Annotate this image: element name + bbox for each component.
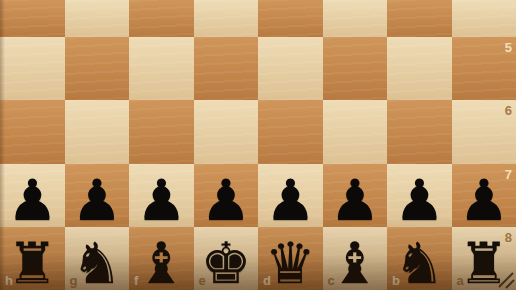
black-rook-piece[interactable]: ♜ [7, 235, 58, 290]
square-a7[interactable]: ♟7 [452, 164, 516, 227]
square-h5[interactable] [0, 37, 65, 100]
square-h7[interactable]: ♟ [0, 164, 65, 227]
square-d5[interactable] [258, 37, 323, 100]
resize-grip-icon[interactable] [495, 269, 515, 289]
square-d4[interactable] [258, 0, 323, 37]
black-pawn-piece[interactable]: ♟ [329, 172, 380, 229]
square-d7[interactable]: ♟ [258, 164, 323, 227]
square-e8[interactable]: ♚e [194, 227, 259, 290]
black-queen-piece[interactable]: ♛ [265, 235, 316, 290]
square-b8[interactable]: ♞b [387, 227, 452, 290]
square-b7[interactable]: ♟ [387, 164, 452, 227]
square-b4[interactable] [387, 0, 452, 37]
file-label-h: h [5, 274, 13, 287]
square-h8[interactable]: ♜h [0, 227, 65, 290]
square-g5[interactable] [65, 37, 130, 100]
black-pawn-piece[interactable]: ♟ [458, 172, 509, 229]
black-bishop-piece[interactable]: ♝ [136, 235, 187, 290]
square-c4[interactable] [323, 0, 388, 37]
black-pawn-piece[interactable]: ♟ [394, 172, 445, 229]
square-c8[interactable]: ♝c [323, 227, 388, 290]
square-e4[interactable] [194, 0, 259, 37]
square-d6[interactable] [258, 100, 323, 163]
rank-label-7: 7 [505, 168, 512, 181]
square-c7[interactable]: ♟ [323, 164, 388, 227]
square-a6[interactable]: 6 [452, 100, 516, 163]
chess-board: 56♟♟♟♟♟♟♟♟7♜h♞g♝f♚e♛d♝c♞b♜8a [0, 0, 516, 290]
square-f8[interactable]: ♝f [129, 227, 194, 290]
file-label-e: e [199, 274, 206, 287]
black-pawn-piece[interactable]: ♟ [71, 172, 122, 229]
square-g4[interactable] [65, 0, 130, 37]
square-d8[interactable]: ♛d [258, 227, 323, 290]
square-h4[interactable] [0, 0, 65, 37]
square-e6[interactable] [194, 100, 259, 163]
file-label-c: c [328, 274, 335, 287]
square-g8[interactable]: ♞g [65, 227, 130, 290]
square-c6[interactable] [323, 100, 388, 163]
file-label-b: b [392, 274, 400, 287]
black-pawn-piece[interactable]: ♟ [200, 172, 251, 229]
chess-app-window: 56♟♟♟♟♟♟♟♟7♜h♞g♝f♚e♛d♝c♞b♜8a [0, 0, 516, 290]
file-label-d: d [263, 274, 271, 287]
black-king-piece[interactable]: ♚ [200, 235, 251, 290]
square-a4[interactable] [452, 0, 516, 37]
black-pawn-piece[interactable]: ♟ [7, 172, 58, 229]
square-e5[interactable] [194, 37, 259, 100]
file-label-f: f [134, 274, 138, 287]
file-label-a: a [457, 274, 464, 287]
square-g6[interactable] [65, 100, 130, 163]
black-knight-piece[interactable]: ♞ [71, 235, 122, 290]
square-h6[interactable] [0, 100, 65, 163]
square-b5[interactable] [387, 37, 452, 100]
rank-label-5: 5 [505, 41, 512, 54]
black-pawn-piece[interactable]: ♟ [136, 172, 187, 229]
square-f4[interactable] [129, 0, 194, 37]
black-bishop-piece[interactable]: ♝ [329, 235, 380, 290]
square-e7[interactable]: ♟ [194, 164, 259, 227]
square-b6[interactable] [387, 100, 452, 163]
black-knight-piece[interactable]: ♞ [394, 235, 445, 290]
file-label-g: g [70, 274, 78, 287]
rank-label-8: 8 [505, 231, 512, 244]
square-c5[interactable] [323, 37, 388, 100]
square-f5[interactable] [129, 37, 194, 100]
square-g7[interactable]: ♟ [65, 164, 130, 227]
square-f6[interactable] [129, 100, 194, 163]
black-pawn-piece[interactable]: ♟ [265, 172, 316, 229]
square-a5[interactable]: 5 [452, 37, 516, 100]
rank-label-6: 6 [505, 104, 512, 117]
square-f7[interactable]: ♟ [129, 164, 194, 227]
